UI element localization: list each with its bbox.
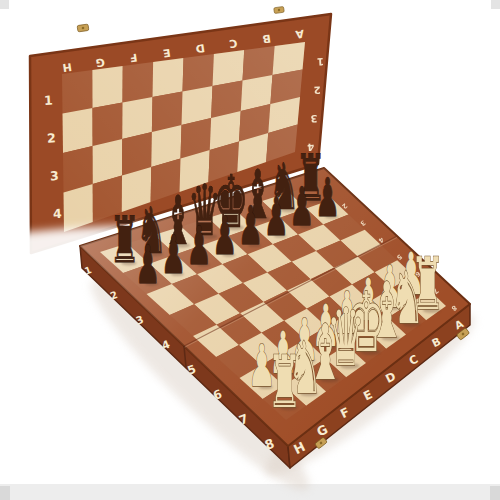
piece-dark-pawn-b2: ♟ [289,175,315,237]
piece-dark-pawn-c2: ♟ [263,185,289,247]
product-photo-canvas: HGFEDCBA1234123412345678HGFEDCBA12345678… [0,0,500,500]
piece-dark-pawn-e2: ♟ [212,204,238,266]
background-corner-mark [490,486,500,500]
piece-dark-pawn-g2: ♟ [161,223,187,285]
lid-rank-label: 1 [317,56,325,67]
piece-dark-pawn-d2: ♟ [238,195,264,257]
piece-dark-pawn-f2: ♟ [186,214,212,276]
lid-rank-label: 3 [50,168,59,183]
lid-rank-label: 1 [44,93,53,108]
background-corner-mark [0,486,10,500]
background-bottom-band [0,484,500,500]
lid-file-label: B [262,32,272,46]
piece-dark-pawn-h2: ♟ [135,233,161,295]
lid-rank-label: 4 [53,206,63,221]
chess-set-scene: HGFEDCBA1234123412345678HGFEDCBA12345678… [0,0,500,500]
lid-file-label: G [95,55,106,69]
lid-clasp-gold [274,6,285,13]
lid-rank-label: 3 [310,113,318,124]
lid-file-label: H [62,60,73,74]
lid-rank-label: 2 [314,85,322,96]
background-corner-mark [0,0,9,9]
background-corner-mark [491,0,500,9]
piece-dark-pawn-a2: ♟ [315,166,341,228]
piece-light-rook-h8: ♜ [267,339,302,424]
lid-file-label: D [195,41,206,55]
lid-rank-label: 2 [47,130,56,145]
lid-clasp-gold [77,24,89,32]
